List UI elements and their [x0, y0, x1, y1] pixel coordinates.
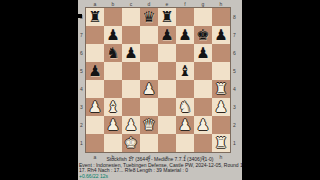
square-d8[interactable]: ♛ — [140, 8, 158, 26]
square-d7[interactable] — [140, 26, 158, 44]
square-a5[interactable]: ♟ — [86, 62, 104, 80]
square-b2[interactable]: ♟ — [104, 116, 122, 134]
coord-label-8: 8 — [232, 8, 237, 26]
square-g4[interactable] — [194, 80, 212, 98]
coord-label-7: 7 — [79, 26, 84, 44]
square-d2[interactable]: ♛ — [140, 116, 158, 134]
square-b1[interactable] — [104, 134, 122, 152]
square-b7[interactable]: ♟ — [104, 26, 122, 44]
white-pawn-piece: ♟ — [194, 116, 212, 134]
black-knight-piece: ♞ — [104, 44, 122, 62]
square-f1[interactable] — [176, 134, 194, 152]
square-h6[interactable] — [212, 44, 230, 62]
square-b3[interactable]: ♝ — [104, 98, 122, 116]
caption-block: Stockfish 17 (3644) - Medione 7.7.1 (340… — [78, 157, 242, 179]
square-f4[interactable] — [176, 80, 194, 98]
engine-eval-line: +0.66/22 12s — [78, 174, 242, 179]
square-a8[interactable]: ♜ — [86, 8, 104, 26]
square-e8[interactable]: ♜ — [158, 8, 176, 26]
square-g2[interactable]: ♟ — [194, 116, 212, 134]
video-frame: abcdefgh 87654321 87654321 abcdefgh ♜♛♜♟… — [0, 0, 320, 180]
rank-labels-left: 87654321 — [79, 8, 84, 152]
coord-label-6: 6 — [232, 44, 237, 62]
square-g6[interactable]: ♟ — [194, 44, 212, 62]
rank-labels-right: 87654321 — [232, 8, 237, 152]
square-c1[interactable]: ♚ — [122, 134, 140, 152]
square-e2[interactable] — [158, 116, 176, 134]
white-rook-piece: ♜ — [212, 134, 230, 152]
square-b4[interactable] — [104, 80, 122, 98]
square-e3[interactable] — [158, 98, 176, 116]
square-e5[interactable] — [158, 62, 176, 80]
square-d1[interactable] — [140, 134, 158, 152]
square-a3[interactable]: ♟ — [86, 98, 104, 116]
square-g1[interactable] — [194, 134, 212, 152]
black-bishop-piece: ♝ — [176, 62, 194, 80]
coord-label-5: 5 — [232, 62, 237, 80]
square-f8[interactable] — [176, 8, 194, 26]
white-queen-piece: ♛ — [140, 116, 158, 134]
coord-label-2: 2 — [232, 116, 237, 134]
square-e1[interactable] — [158, 134, 176, 152]
square-h1[interactable]: ♜ — [212, 134, 230, 152]
square-h4[interactable]: ♜ — [212, 80, 230, 98]
side-to-move-marker — [78, 14, 82, 18]
white-knight-piece: ♞ — [176, 98, 194, 116]
square-b5[interactable] — [104, 62, 122, 80]
white-pawn-piece: ♟ — [212, 98, 230, 116]
square-g8[interactable] — [194, 8, 212, 26]
white-pawn-piece: ♟ — [176, 116, 194, 134]
coord-label-2: 2 — [79, 116, 84, 134]
coord-label-6: 6 — [79, 44, 84, 62]
square-e4[interactable] — [158, 80, 176, 98]
square-d5[interactable] — [140, 62, 158, 80]
square-e7[interactable]: ♟ — [158, 26, 176, 44]
white-rook-piece: ♜ — [212, 80, 230, 98]
coord-label-3: 3 — [232, 98, 237, 116]
square-d4[interactable]: ♟ — [140, 80, 158, 98]
black-pawn-piece: ♟ — [104, 26, 122, 44]
square-a4[interactable] — [86, 80, 104, 98]
square-g7[interactable]: ♚ — [194, 26, 212, 44]
black-pawn-piece: ♟ — [176, 26, 194, 44]
coord-label-4: 4 — [79, 80, 84, 98]
white-bishop-piece: ♝ — [104, 98, 122, 116]
chess-gui-panel: abcdefgh 87654321 87654321 abcdefgh ♜♛♜♟… — [78, 0, 242, 180]
square-h5[interactable] — [212, 62, 230, 80]
square-a1[interactable] — [86, 134, 104, 152]
black-rook-piece: ♜ — [86, 8, 104, 26]
black-pawn-piece: ♟ — [122, 44, 140, 62]
square-c2[interactable]: ♟ — [122, 116, 140, 134]
square-c4[interactable] — [122, 80, 140, 98]
square-h8[interactable] — [212, 8, 230, 26]
black-queen-piece: ♛ — [140, 8, 158, 26]
square-a7[interactable] — [86, 26, 104, 44]
coord-label-4: 4 — [232, 80, 237, 98]
left-letterbox-bar — [0, 0, 78, 180]
square-c7[interactable] — [122, 26, 140, 44]
square-f3[interactable]: ♞ — [176, 98, 194, 116]
coord-label-3: 3 — [79, 98, 84, 116]
square-g3[interactable] — [194, 98, 212, 116]
square-c3[interactable] — [122, 98, 140, 116]
square-c5[interactable] — [122, 62, 140, 80]
white-pawn-piece: ♟ — [104, 116, 122, 134]
board: ♜♛♜♟♟♟♚♟♞♟♟♟♝♟♜♟♝♞♟♟♟♛♟♟♚♜ — [85, 7, 231, 153]
square-d3[interactable] — [140, 98, 158, 116]
square-b6[interactable]: ♞ — [104, 44, 122, 62]
square-f6[interactable] — [176, 44, 194, 62]
square-h3[interactable]: ♟ — [212, 98, 230, 116]
white-pawn-piece: ♟ — [86, 98, 104, 116]
black-pawn-piece: ♟ — [212, 26, 230, 44]
square-a2[interactable] — [86, 116, 104, 134]
black-pawn-piece: ♟ — [194, 44, 212, 62]
square-b8[interactable] — [104, 8, 122, 26]
square-f7[interactable]: ♟ — [176, 26, 194, 44]
square-h2[interactable] — [212, 116, 230, 134]
square-g5[interactable] — [194, 62, 212, 80]
black-rook-piece: ♜ — [158, 8, 176, 26]
black-pawn-piece: ♟ — [158, 26, 176, 44]
coord-label-1: 1 — [232, 134, 237, 152]
white-king-piece: ♚ — [122, 134, 140, 152]
coord-label-1: 1 — [79, 134, 84, 152]
coord-label-7: 7 — [232, 26, 237, 44]
white-pawn-piece: ♟ — [140, 80, 158, 98]
coord-label-5: 5 — [79, 62, 84, 80]
square-f2[interactable]: ♟ — [176, 116, 194, 134]
square-h7[interactable]: ♟ — [212, 26, 230, 44]
square-a6[interactable] — [86, 44, 104, 62]
right-letterbox-bar — [242, 0, 320, 180]
black-pawn-piece: ♟ — [86, 62, 104, 80]
black-king-piece: ♚ — [194, 26, 212, 44]
square-e6[interactable] — [158, 44, 176, 62]
square-d6[interactable] — [140, 44, 158, 62]
square-c6[interactable]: ♟ — [122, 44, 140, 62]
white-pawn-piece: ♟ — [122, 116, 140, 134]
square-c8[interactable] — [122, 8, 140, 26]
square-f5[interactable]: ♝ — [176, 62, 194, 80]
